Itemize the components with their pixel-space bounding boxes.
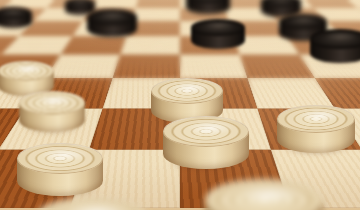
- piece-top: [310, 29, 360, 48]
- white-checker-piece[interactable]: [36, 197, 148, 210]
- white-checker-piece[interactable]: [19, 91, 85, 132]
- piece-top: [65, 0, 95, 8]
- piece-top: [17, 143, 103, 174]
- piece-top: [36, 197, 148, 210]
- piece-top: [205, 179, 323, 210]
- white-checker-piece[interactable]: [163, 116, 249, 169]
- white-checker-piece[interactable]: [17, 143, 103, 196]
- white-checker-piece[interactable]: [205, 179, 323, 210]
- black-checker-piece[interactable]: [0, 7, 32, 28]
- piece-top: [87, 9, 137, 25]
- black-checker-piece[interactable]: [186, 0, 230, 14]
- piece-top: [163, 116, 249, 147]
- black-checker-piece[interactable]: [87, 9, 137, 37]
- piece-top: [19, 91, 85, 115]
- black-checker-piece[interactable]: [191, 19, 245, 49]
- pieces-layer: [0, 0, 360, 210]
- black-checker-piece[interactable]: [310, 29, 360, 63]
- piece-top: [277, 105, 355, 133]
- piece-top: [191, 19, 245, 36]
- white-checker-piece[interactable]: [277, 105, 355, 153]
- checkers-board-photo: [0, 0, 360, 210]
